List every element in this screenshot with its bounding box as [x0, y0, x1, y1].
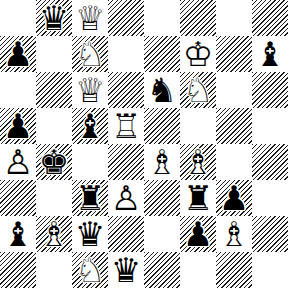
- square-h6[interactable]: [252, 72, 288, 108]
- piece-black-queen[interactable]: ♛♛: [72, 216, 108, 252]
- square-d7[interactable]: [108, 36, 144, 72]
- square-e1[interactable]: [144, 252, 180, 288]
- piece-glyph-outline: ♘: [72, 36, 108, 72]
- piece-glyph-outline: ♔: [180, 36, 216, 72]
- square-e2[interactable]: [144, 216, 180, 252]
- piece-white-knight[interactable]: ♞♘: [180, 72, 216, 108]
- square-g8[interactable]: [216, 0, 252, 36]
- piece-glyph-outline: ♝: [0, 216, 36, 252]
- square-b7[interactable]: [36, 36, 72, 72]
- piece-glyph-outline: ♕: [72, 0, 108, 36]
- square-g5[interactable]: [216, 108, 252, 144]
- piece-white-bishop[interactable]: ♝♗: [36, 216, 72, 252]
- square-g2[interactable]: ♝♗: [216, 216, 252, 252]
- square-a1[interactable]: [0, 252, 36, 288]
- square-d1[interactable]: ♛♛: [108, 252, 144, 288]
- square-a2[interactable]: ♝♝: [0, 216, 36, 252]
- square-a4[interactable]: ♟♙: [0, 144, 36, 180]
- piece-white-bishop[interactable]: ♝♗: [144, 144, 180, 180]
- square-c6[interactable]: ♛♕: [72, 72, 108, 108]
- square-h4[interactable]: [252, 144, 288, 180]
- piece-glyph-outline: ♝: [252, 36, 288, 72]
- piece-white-knight[interactable]: ♞♘: [72, 36, 108, 72]
- piece-black-pawn[interactable]: ♟♟: [180, 216, 216, 252]
- piece-glyph-outline: ♗: [180, 144, 216, 180]
- square-f4[interactable]: ♝♗: [180, 144, 216, 180]
- square-h8[interactable]: [252, 0, 288, 36]
- square-g1[interactable]: [216, 252, 252, 288]
- piece-glyph-outline: ♛: [36, 0, 72, 36]
- piece-white-knight[interactable]: ♞♘: [72, 252, 108, 288]
- piece-glyph-outline: ♝: [72, 108, 108, 144]
- piece-black-king[interactable]: ♚♚: [36, 144, 72, 180]
- square-d3[interactable]: ♟♙: [108, 180, 144, 216]
- chess-board: ♛♛♛♕♟♟♞♘♚♔♝♝♛♕♞♞♞♘♟♟♝♝♜♖♟♙♚♚♝♗♝♗♜♜♟♙♜♜♟♟…: [0, 0, 288, 288]
- square-b6[interactable]: [36, 72, 72, 108]
- square-f2[interactable]: ♟♟: [180, 216, 216, 252]
- piece-glyph-outline: ♛: [72, 216, 108, 252]
- piece-white-queen[interactable]: ♛♕: [72, 0, 108, 36]
- piece-black-rook[interactable]: ♜♜: [180, 180, 216, 216]
- piece-white-bishop[interactable]: ♝♗: [180, 144, 216, 180]
- piece-black-rook[interactable]: ♜♜: [72, 180, 108, 216]
- square-e6[interactable]: ♞♞: [144, 72, 180, 108]
- piece-glyph-outline: ♙: [108, 180, 144, 216]
- square-g7[interactable]: [216, 36, 252, 72]
- square-f6[interactable]: ♞♘: [180, 72, 216, 108]
- piece-glyph-outline: ♕: [72, 72, 108, 108]
- piece-white-rook[interactable]: ♜♖: [108, 108, 144, 144]
- piece-glyph-outline: ♟: [216, 180, 252, 216]
- piece-glyph-outline: ♙: [0, 144, 36, 180]
- square-c5[interactable]: ♝♝: [72, 108, 108, 144]
- square-a3[interactable]: [0, 180, 36, 216]
- piece-glyph-outline: ♖: [108, 108, 144, 144]
- square-e7[interactable]: [144, 36, 180, 72]
- square-c8[interactable]: ♛♕: [72, 0, 108, 36]
- piece-white-pawn[interactable]: ♟♙: [0, 144, 36, 180]
- piece-glyph-outline: ♗: [144, 144, 180, 180]
- square-g3[interactable]: ♟♟: [216, 180, 252, 216]
- square-a5[interactable]: ♟♟: [0, 108, 36, 144]
- square-c7[interactable]: ♞♘: [72, 36, 108, 72]
- piece-glyph-outline: ♚: [36, 144, 72, 180]
- square-f5[interactable]: [180, 108, 216, 144]
- square-f3[interactable]: ♜♜: [180, 180, 216, 216]
- piece-glyph-outline: ♛: [108, 252, 144, 288]
- square-h3[interactable]: [252, 180, 288, 216]
- square-c3[interactable]: ♜♜: [72, 180, 108, 216]
- piece-white-king[interactable]: ♚♔: [180, 36, 216, 72]
- square-h1[interactable]: [252, 252, 288, 288]
- square-d2[interactable]: [108, 216, 144, 252]
- piece-white-pawn[interactable]: ♟♙: [108, 180, 144, 216]
- square-h7[interactable]: ♝♝: [252, 36, 288, 72]
- piece-glyph-outline: ♟: [0, 108, 36, 144]
- piece-white-bishop[interactable]: ♝♗: [216, 216, 252, 252]
- square-h2[interactable]: [252, 216, 288, 252]
- piece-black-knight[interactable]: ♞♞: [144, 72, 180, 108]
- square-f7[interactable]: ♚♔: [180, 36, 216, 72]
- square-c4[interactable]: [72, 144, 108, 180]
- square-b5[interactable]: [36, 108, 72, 144]
- square-d8[interactable]: [108, 0, 144, 36]
- piece-glyph-outline: ♟: [0, 36, 36, 72]
- square-d4[interactable]: [108, 144, 144, 180]
- piece-black-queen[interactable]: ♛♛: [108, 252, 144, 288]
- piece-glyph-outline: ♘: [180, 72, 216, 108]
- square-c1[interactable]: ♞♘: [72, 252, 108, 288]
- piece-black-pawn[interactable]: ♟♟: [216, 180, 252, 216]
- piece-black-bishop[interactable]: ♝♝: [0, 216, 36, 252]
- square-g4[interactable]: [216, 144, 252, 180]
- piece-black-pawn[interactable]: ♟♟: [0, 108, 36, 144]
- square-e4[interactable]: ♝♗: [144, 144, 180, 180]
- square-e3[interactable]: [144, 180, 180, 216]
- square-a6[interactable]: [0, 72, 36, 108]
- piece-glyph-outline: ♟: [180, 216, 216, 252]
- piece-white-queen[interactable]: ♛♕: [72, 72, 108, 108]
- piece-black-queen[interactable]: ♛♛: [36, 0, 72, 36]
- square-b4[interactable]: ♚♚: [36, 144, 72, 180]
- piece-glyph-outline: ♘: [72, 252, 108, 288]
- square-f1[interactable]: [180, 252, 216, 288]
- square-h5[interactable]: [252, 108, 288, 144]
- square-g6[interactable]: [216, 72, 252, 108]
- square-f8[interactable]: [180, 0, 216, 36]
- square-b1[interactable]: [36, 252, 72, 288]
- square-d5[interactable]: ♜♖: [108, 108, 144, 144]
- square-a7[interactable]: ♟♟: [0, 36, 36, 72]
- piece-glyph-outline: ♗: [36, 216, 72, 252]
- square-d6[interactable]: [108, 72, 144, 108]
- piece-black-bishop[interactable]: ♝♝: [72, 108, 108, 144]
- square-b3[interactable]: [36, 180, 72, 216]
- piece-black-pawn[interactable]: ♟♟: [0, 36, 36, 72]
- square-e8[interactable]: [144, 0, 180, 36]
- square-b8[interactable]: ♛♛: [36, 0, 72, 36]
- square-a8[interactable]: [0, 0, 36, 36]
- square-b2[interactable]: ♝♗: [36, 216, 72, 252]
- piece-black-bishop[interactable]: ♝♝: [252, 36, 288, 72]
- piece-glyph-outline: ♜: [72, 180, 108, 216]
- piece-glyph-outline: ♞: [144, 72, 180, 108]
- piece-glyph-outline: ♗: [216, 216, 252, 252]
- square-e5[interactable]: [144, 108, 180, 144]
- piece-glyph-outline: ♜: [180, 180, 216, 216]
- square-c2[interactable]: ♛♛: [72, 216, 108, 252]
